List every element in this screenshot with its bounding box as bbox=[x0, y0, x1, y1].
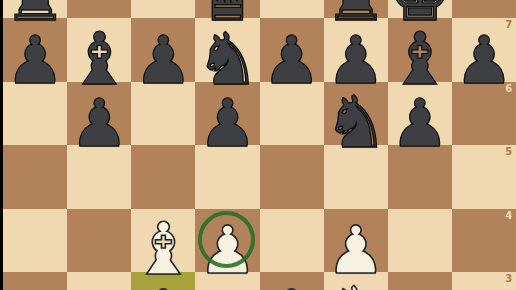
letterbox-left-edge bbox=[0, 0, 3, 290]
rank-label-5: 5 bbox=[505, 147, 512, 157]
square-a5[interactable] bbox=[3, 145, 67, 209]
square-c7[interactable]: ♟ bbox=[131, 18, 195, 82]
square-g6[interactable]: ♟ bbox=[388, 82, 452, 146]
square-h8[interactable] bbox=[452, 0, 516, 18]
square-e5[interactable] bbox=[260, 145, 324, 209]
square-b3[interactable] bbox=[67, 272, 131, 290]
piece-black-pawn-a7[interactable]: ♟ bbox=[3, 28, 67, 94]
piece-black-pawn-c7[interactable]: ♟ bbox=[131, 28, 195, 94]
chess-video-frame: ♜♛♜♚♟♝♟♞♟♟♝7♟♟♟♞♟65♝♟♟4♟♟♞3 bbox=[0, 0, 516, 290]
square-e3[interactable]: ♟ bbox=[260, 272, 324, 290]
piece-white-bishop-c4[interactable]: ♝ bbox=[131, 213, 195, 285]
square-d7[interactable]: ♞ bbox=[195, 18, 259, 82]
piece-black-pawn-e7[interactable]: ♟ bbox=[260, 28, 324, 94]
square-h3[interactable]: 3 bbox=[452, 272, 516, 290]
piece-black-bishop-g7[interactable]: ♝ bbox=[388, 23, 452, 95]
square-d8[interactable]: ♛ bbox=[195, 0, 259, 18]
square-b6[interactable]: ♟ bbox=[67, 82, 131, 146]
piece-white-knight-f3[interactable]: ♞ bbox=[324, 277, 388, 290]
square-g4[interactable] bbox=[388, 209, 452, 273]
square-f8[interactable]: ♜ bbox=[324, 0, 388, 18]
piece-black-pawn-g6[interactable]: ♟ bbox=[388, 91, 452, 157]
square-b7[interactable]: ♝ bbox=[67, 18, 131, 82]
piece-white-pawn-e3[interactable]: ♟ bbox=[260, 282, 324, 290]
square-c4[interactable]: ♝ bbox=[131, 209, 195, 273]
square-e8[interactable] bbox=[260, 0, 324, 18]
square-h5[interactable]: 5 bbox=[452, 145, 516, 209]
square-b4[interactable] bbox=[67, 209, 131, 273]
piece-black-pawn-d6[interactable]: ♟ bbox=[195, 91, 259, 157]
piece-black-bishop-b7[interactable]: ♝ bbox=[67, 23, 131, 95]
rank-label-4: 4 bbox=[505, 211, 512, 221]
rank-label-3: 3 bbox=[505, 274, 512, 284]
square-a3[interactable] bbox=[3, 272, 67, 290]
square-d4[interactable]: ♟ bbox=[195, 209, 259, 273]
square-c5[interactable] bbox=[131, 145, 195, 209]
square-g8[interactable]: ♚ bbox=[388, 0, 452, 18]
square-f3[interactable]: ♞ bbox=[324, 272, 388, 290]
square-f6[interactable]: ♞ bbox=[324, 82, 388, 146]
square-f7[interactable]: ♟ bbox=[324, 18, 388, 82]
square-g7[interactable]: ♝ bbox=[388, 18, 452, 82]
piece-black-pawn-b6[interactable]: ♟ bbox=[67, 91, 131, 157]
rank-label-7: 7 bbox=[505, 20, 512, 30]
chess-board: ♜♛♜♚♟♝♟♞♟♟♝7♟♟♟♞♟65♝♟♟4♟♟♞3 bbox=[3, 0, 516, 290]
square-b8[interactable] bbox=[67, 0, 131, 18]
square-f4[interactable]: ♟ bbox=[324, 209, 388, 273]
square-d6[interactable]: ♟ bbox=[195, 82, 259, 146]
square-e7[interactable]: ♟ bbox=[260, 18, 324, 82]
piece-black-knight-f6[interactable]: ♞ bbox=[324, 86, 388, 158]
square-a4[interactable] bbox=[3, 209, 67, 273]
square-e4[interactable] bbox=[260, 209, 324, 273]
square-a8[interactable]: ♜ bbox=[3, 0, 67, 18]
square-a7[interactable]: ♟ bbox=[3, 18, 67, 82]
piece-white-pawn-c3[interactable]: ♟ bbox=[131, 282, 195, 290]
square-h7[interactable]: 7♟ bbox=[452, 18, 516, 82]
piece-black-knight-d7[interactable]: ♞ bbox=[195, 23, 259, 95]
rank-label-6: 6 bbox=[505, 84, 512, 94]
square-g3[interactable] bbox=[388, 272, 452, 290]
square-c8[interactable] bbox=[131, 0, 195, 18]
square-h4[interactable]: 4 bbox=[452, 209, 516, 273]
